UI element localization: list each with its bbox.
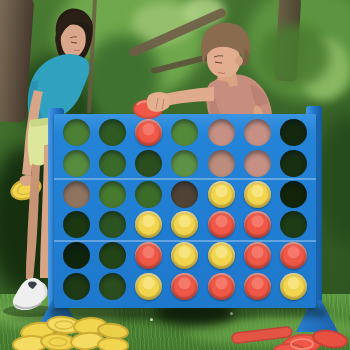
drop-action-layer <box>0 0 350 350</box>
red-disc-pile[interactable] <box>231 326 348 350</box>
backyard-scene <box>0 0 350 350</box>
boy-hand <box>147 92 170 112</box>
yellow-disc-pile[interactable] <box>12 315 128 350</box>
